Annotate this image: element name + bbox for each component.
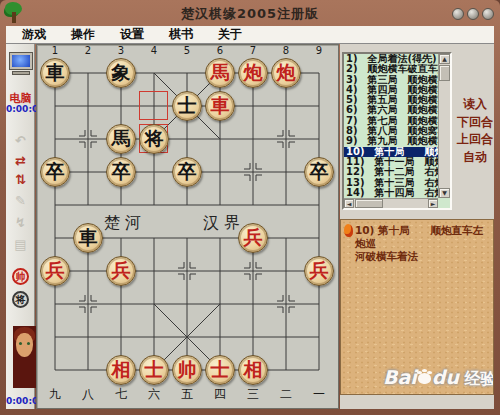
settings-menu[interactable]: 设置 [114,26,150,43]
black-piece-馬[interactable]: 馬 [106,124,136,154]
file-label-bottom: 一 [311,386,327,403]
flip-board-icon[interactable]: ⇅ [6,173,35,187]
hint-icon[interactable]: ✎ [6,194,35,208]
red-piece-車[interactable]: 車 [205,91,235,121]
black-piece-車[interactable]: 車 [73,223,103,253]
list-horizontal-scrollbar[interactable]: ◄ ► [344,198,438,208]
file-label-top: 9 [311,45,327,56]
file-label-bottom: 五 [179,386,195,403]
file-label-bottom: 二 [278,386,294,403]
minimize-button[interactable] [452,8,464,20]
opening-list-item[interactable]: 5) 第五局 顺炮横车 [344,95,438,105]
red-piece-相[interactable]: 相 [106,355,136,385]
opening-list-item[interactable]: 2) 顺炮横车破直车弃 [344,64,438,74]
opening-list-item[interactable]: 14) 第十四局 右炮 [344,188,438,198]
player-clock: 0:00:00 [6,396,35,406]
file-label-bottom: 七 [113,386,129,403]
scroll-right-icon[interactable]: ► [428,199,438,208]
baidu-paw-icon [418,373,431,384]
black-piece-卒[interactable]: 卒 [172,157,202,187]
close-button[interactable] [482,8,494,20]
file-label-bottom: 六 [146,386,162,403]
file-label-bottom: 九 [47,386,63,403]
player-avatar [13,326,36,388]
computer-icon [9,52,33,78]
file-label-top: 4 [146,45,162,56]
opening-list-item[interactable]: 11) 第十一局 顺炮直 [344,157,438,167]
red-piece-帅[interactable]: 帅 [172,355,202,385]
red-piece-兵[interactable]: 兵 [106,256,136,286]
title-bar[interactable]: 楚汉棋缘2005注册版 [0,0,500,26]
prev-round-button[interactable]: 上回合 [456,131,494,148]
opening-list-item[interactable]: 10) 第十局 顺炮直 [344,147,438,157]
file-label-top: 7 [245,45,261,56]
file-label-bottom: 三 [245,386,261,403]
scroll-up-icon[interactable]: ▲ [439,54,450,64]
file-label-bottom: 四 [212,386,228,403]
red-piece-兵[interactable]: 兵 [40,256,70,286]
h-scroll-thumb[interactable] [355,199,383,208]
lightning-icon[interactable]: ↯ [6,216,35,230]
black-piece-卒[interactable]: 卒 [40,157,70,187]
opening-list-item[interactable]: 7) 第七局 顺炮横车 [344,116,438,126]
scroll-down-icon[interactable]: ▼ [439,188,450,198]
load-button[interactable]: 读入 [456,96,494,113]
black-piece-卒[interactable]: 卒 [304,157,334,187]
red-piece-兵[interactable]: 兵 [304,256,334,286]
scroll-thumb[interactable] [439,65,450,81]
opening-listbox: 1) 全局着法(得先)2) 顺炮横车破直车弃3) 第三局 顺炮横车4) 第四局 … [342,52,452,210]
red-piece-炮[interactable]: 炮 [238,58,268,88]
red-piece-相[interactable]: 相 [238,355,268,385]
opening-list-item[interactable]: 8) 第八局 顺炮窝车 [344,126,438,136]
baidu-watermark: Baidu 经验 [383,366,494,390]
black-piece-卒[interactable]: 卒 [106,157,136,187]
file-label-top: 8 [278,45,294,56]
auto-button[interactable]: 自动 [456,149,494,166]
file-label-bottom: 八 [80,386,96,403]
game-menu[interactable]: 游戏 [16,26,52,43]
file-label-top: 6 [212,45,228,56]
left-sidebar: 电脑 0:00:00 ↶ ⇄ ⇅ ✎ ↯ ▤ 帅 将 0:00:00 [6,44,35,409]
computer-clock: 0:00:00 [6,104,35,114]
right-panel: 1) 全局着法(得先)2) 顺炮横车破直车弃3) 第三局 顺炮横车4) 第四局 … [340,44,494,409]
maximize-button[interactable] [467,8,479,20]
red-piece-炮[interactable]: 炮 [271,58,301,88]
detail-line1: 10) 第十局 顺炮直车左炮巡 [355,224,483,249]
red-piece-兵[interactable]: 兵 [238,223,268,253]
window-title: 楚汉棋缘2005注册版 [0,5,500,23]
file-label-top: 5 [179,45,195,56]
scroll-left-icon[interactable]: ◄ [344,199,354,208]
opening-list-item[interactable]: 4) 第四局 顺炮横车 [344,85,438,95]
file-label-top: 2 [80,45,96,56]
app-window: 楚汉棋缘2005注册版 游戏操作设置棋书关于 电脑 0:00:00 ↶ ⇄ ⇅ … [0,0,500,415]
opening-list-item[interactable]: 12) 第十二局 右炮 [344,167,438,177]
opening-list-item[interactable]: 6) 第六局 顺炮横车 [344,105,438,115]
black-piece-士[interactable]: 士 [172,91,202,121]
red-piece-馬[interactable]: 馬 [205,58,235,88]
black-piece-象[interactable]: 象 [106,58,136,88]
red-piece-士[interactable]: 士 [205,355,235,385]
opening-list-item[interactable]: 1) 全局着法(得先) [344,54,438,64]
river-label-left: 楚河 [104,213,146,234]
book-menu[interactable]: 棋书 [163,26,199,43]
red-side-stamp-icon[interactable]: 帅 [12,268,29,285]
menu-bar: 游戏操作设置棋书关于 [6,26,494,44]
notation-sheet-icon[interactable]: ▤ [6,238,35,252]
black-piece-将[interactable]: 将 [139,124,169,154]
undo-icon[interactable]: ↶ [6,134,35,148]
flame-icon [344,224,353,237]
list-vertical-scrollbar[interactable]: ▲ ▼ [438,54,450,198]
last-move-marker [139,91,168,120]
detail-line2: 河破横车着法 [355,250,418,262]
opening-list-item[interactable]: 9) 第九局 顺炮横车 [344,136,438,146]
swap-sides-icon[interactable]: ⇄ [6,154,35,168]
file-label-top: 1 [47,45,63,56]
file-label-top: 3 [113,45,129,56]
about-menu[interactable]: 关于 [212,26,248,43]
action-menu[interactable]: 操作 [65,26,101,43]
black-piece-車[interactable]: 車 [40,58,70,88]
opening-list-item[interactable]: 3) 第三局 顺炮横车 [344,75,438,85]
detail-panel: 10) 第十局 顺炮直车左炮巡 河破横车着法 Baidu 经验 jingyan.… [340,219,494,395]
black-side-stamp-icon[interactable]: 将 [12,291,29,308]
next-round-button[interactable]: 下回合 [456,114,494,131]
red-piece-士[interactable]: 士 [139,355,169,385]
opening-list-item[interactable]: 13) 第十三局 右炮 [344,178,438,188]
